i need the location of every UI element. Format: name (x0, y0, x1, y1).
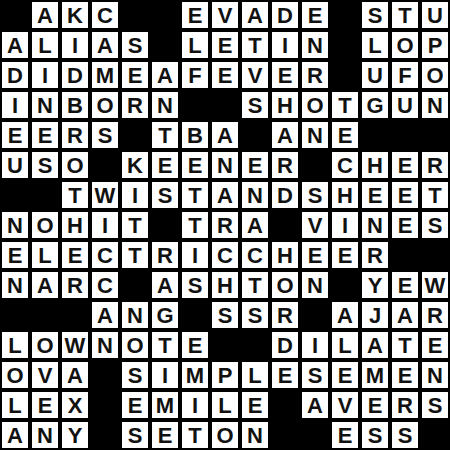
letter-cell[interactable]: G (150, 300, 180, 330)
letter-cell[interactable]: O (30, 330, 60, 360)
cell-letter: L (368, 35, 381, 57)
cell-letter: K (67, 5, 83, 27)
letter-cell[interactable]: S (120, 30, 150, 60)
cell-letter: S (98, 125, 113, 147)
cell-letter: N (127, 305, 143, 327)
letter-cell[interactable]: T (120, 240, 150, 270)
cell-letter: U (7, 155, 23, 177)
letter-cell[interactable]: H (210, 270, 240, 300)
letter-cell[interactable]: A (30, 0, 60, 30)
letter-cell[interactable]: S (120, 360, 150, 390)
cell-letter: S (218, 305, 233, 327)
letter-cell[interactable]: O (90, 90, 120, 120)
letter-cell[interactable]: E (180, 0, 210, 30)
letter-cell[interactable]: O (420, 60, 450, 90)
letter-cell[interactable]: T (180, 180, 210, 210)
letter-cell[interactable]: C (210, 240, 240, 270)
black-square (150, 30, 180, 60)
letter-cell[interactable]: S (360, 420, 390, 450)
letter-cell[interactable]: C (90, 270, 120, 300)
letter-cell[interactable]: J (360, 300, 390, 330)
letter-cell[interactable]: K (60, 0, 90, 30)
letter-cell[interactable]: I (30, 60, 60, 90)
cell-letter: A (247, 5, 263, 27)
cell-letter: D (67, 65, 83, 87)
letter-cell[interactable]: N (150, 90, 180, 120)
letter-cell[interactable]: O (30, 210, 60, 240)
letter-cell[interactable]: I (120, 180, 150, 210)
letter-cell[interactable]: R (270, 150, 300, 180)
cell-letter: V (38, 365, 53, 387)
letter-cell[interactable]: S (150, 180, 180, 210)
cell-letter: E (338, 425, 353, 447)
letter-cell[interactable]: T (390, 330, 420, 360)
letter-cell[interactable]: I (90, 210, 120, 240)
letter-cell[interactable]: S (360, 0, 390, 30)
letter-cell[interactable]: E (120, 60, 150, 90)
letter-cell[interactable]: V (300, 210, 330, 240)
cell-letter: E (158, 425, 173, 447)
letter-cell[interactable]: B (60, 90, 90, 120)
cell-letter: A (67, 365, 83, 387)
letter-cell[interactable]: V (210, 0, 240, 30)
cell-letter: O (36, 335, 53, 357)
letter-cell[interactable]: E (210, 30, 240, 60)
letter-cell[interactable]: N (120, 300, 150, 330)
cell-letter: A (307, 395, 323, 417)
letter-cell[interactable]: Y (360, 270, 390, 300)
letter-cell[interactable]: U (420, 0, 450, 30)
cell-letter: E (278, 65, 293, 87)
letter-cell[interactable]: E (60, 240, 90, 270)
black-square (330, 270, 360, 300)
letter-cell[interactable]: E (330, 120, 360, 150)
cell-letter: E (338, 365, 353, 387)
letter-cell[interactable]: P (420, 30, 450, 60)
letter-cell[interactable]: F (180, 60, 210, 90)
letter-cell[interactable]: L (0, 390, 30, 420)
letter-cell[interactable]: N (0, 210, 30, 240)
letter-cell[interactable]: D (270, 330, 300, 360)
letter-cell[interactable]: A (240, 0, 270, 30)
letter-cell[interactable]: A (90, 300, 120, 330)
letter-cell[interactable]: T (150, 330, 180, 360)
cell-letter: E (248, 395, 263, 417)
letter-cell[interactable]: N (420, 90, 450, 120)
letter-cell[interactable]: H (330, 180, 360, 210)
letter-cell[interactable]: C (90, 0, 120, 30)
cell-letter: O (96, 95, 113, 117)
cell-letter: L (218, 395, 231, 417)
letter-cell[interactable]: S (90, 120, 120, 150)
letter-cell[interactable]: S (300, 360, 330, 390)
black-square (90, 150, 120, 180)
cell-letter: S (248, 95, 263, 117)
letter-cell[interactable]: O (390, 30, 420, 60)
letter-cell[interactable]: E (150, 420, 180, 450)
cell-letter: R (427, 305, 443, 327)
cell-letter: I (192, 395, 198, 417)
cell-letter: A (217, 125, 233, 147)
letter-cell[interactable]: H (360, 150, 390, 180)
letter-cell[interactable]: L (360, 30, 390, 60)
cell-letter: E (218, 65, 233, 87)
cell-letter: S (128, 35, 143, 57)
letter-cell[interactable]: I (330, 210, 360, 240)
letter-cell[interactable]: E (300, 0, 330, 30)
letter-cell[interactable]: C (90, 240, 120, 270)
letter-cell[interactable]: P (210, 360, 240, 390)
cell-letter: C (337, 155, 353, 177)
letter-cell[interactable]: V (30, 360, 60, 390)
letter-cell[interactable]: E (0, 240, 30, 270)
letter-cell[interactable]: M (360, 360, 390, 390)
cell-letter: V (218, 5, 233, 27)
letter-cell[interactable]: S (240, 90, 270, 120)
letter-cell[interactable]: O (300, 90, 330, 120)
letter-cell[interactable]: L (330, 330, 360, 360)
cell-letter: N (367, 215, 383, 237)
letter-cell[interactable]: A (300, 390, 330, 420)
cell-letter: S (158, 185, 173, 207)
letter-cell[interactable]: L (0, 330, 30, 360)
cell-letter: H (67, 215, 83, 237)
letter-cell[interactable]: I (180, 390, 210, 420)
letter-cell[interactable]: S (210, 300, 240, 330)
letter-cell[interactable]: R (150, 240, 180, 270)
letter-cell[interactable]: E (180, 150, 210, 180)
letter-cell[interactable]: S (420, 210, 450, 240)
letter-cell[interactable]: A (150, 60, 180, 90)
letter-cell[interactable]: T (180, 210, 210, 240)
cell-letter: U (427, 5, 443, 27)
cell-letter: F (188, 65, 201, 87)
letter-cell[interactable]: M (150, 390, 180, 420)
cell-letter: S (128, 425, 143, 447)
letter-cell[interactable]: S (120, 420, 150, 450)
letter-cell[interactable]: N (300, 120, 330, 150)
cell-letter: B (67, 95, 83, 117)
letter-cell[interactable]: C (240, 240, 270, 270)
letter-cell[interactable]: R (420, 300, 450, 330)
black-square (210, 90, 240, 120)
cell-letter: G (366, 95, 383, 117)
cell-letter: S (398, 425, 413, 447)
cell-letter: E (188, 155, 203, 177)
letter-cell[interactable]: O (270, 270, 300, 300)
letter-cell[interactable]: W (90, 180, 120, 210)
letter-cell[interactable]: S (420, 390, 450, 420)
cell-letter: O (396, 35, 413, 57)
letter-cell[interactable]: E (270, 360, 300, 390)
letter-cell[interactable]: N (30, 420, 60, 450)
letter-cell[interactable]: E (30, 120, 60, 150)
cell-letter: R (157, 245, 173, 267)
letter-cell[interactable]: E (390, 360, 420, 390)
letter-cell[interactable]: E (270, 60, 300, 90)
letter-cell[interactable]: W (420, 270, 450, 300)
letter-cell[interactable]: A (150, 270, 180, 300)
letter-cell[interactable]: E (330, 360, 360, 390)
letter-cell[interactable]: E (390, 150, 420, 180)
cell-letter: M (96, 65, 114, 87)
cell-letter: R (127, 95, 143, 117)
cell-letter: I (162, 365, 168, 387)
black-square (0, 180, 30, 210)
letter-cell[interactable]: E (0, 120, 30, 150)
letter-cell[interactable]: S (300, 180, 330, 210)
cell-letter: N (307, 275, 323, 297)
cell-letter: O (426, 65, 443, 87)
cell-letter: J (369, 305, 381, 327)
letter-cell[interactable]: E (240, 390, 270, 420)
letter-cell[interactable]: E (30, 390, 60, 420)
letter-cell[interactable]: I (270, 30, 300, 60)
cell-letter: I (192, 245, 198, 267)
letter-cell[interactable]: L (30, 30, 60, 60)
letter-cell[interactable]: C (330, 150, 360, 180)
letter-cell[interactable]: T (390, 0, 420, 30)
cell-letter: Y (368, 275, 383, 297)
cell-letter: T (128, 245, 141, 267)
letter-cell[interactable]: T (240, 30, 270, 60)
cell-letter: E (8, 125, 23, 147)
letter-cell[interactable]: D (270, 180, 300, 210)
letter-cell[interactable]: O (120, 330, 150, 360)
letter-cell[interactable]: F (390, 60, 420, 90)
letter-cell[interactable]: I (300, 330, 330, 360)
letter-cell[interactable]: U (0, 150, 30, 180)
letter-cell[interactable]: T (240, 270, 270, 300)
letter-cell[interactable]: T (150, 120, 180, 150)
cell-letter: N (7, 215, 23, 237)
letter-cell[interactable]: A (360, 330, 390, 360)
letter-cell[interactable]: H (60, 210, 90, 240)
cell-letter: T (188, 215, 201, 237)
letter-cell[interactable]: E (390, 180, 420, 210)
cell-letter: C (97, 5, 113, 27)
cell-letter: N (427, 365, 443, 387)
letter-cell[interactable]: A (0, 30, 30, 60)
letter-cell[interactable]: O (0, 360, 30, 390)
cell-letter: R (427, 155, 443, 177)
letter-cell[interactable]: E (120, 390, 150, 420)
cell-letter: S (368, 5, 383, 27)
letter-cell[interactable]: S (30, 150, 60, 180)
cell-letter: A (337, 305, 353, 327)
letter-cell[interactable]: R (210, 210, 240, 240)
letter-cell[interactable]: N (300, 270, 330, 300)
letter-cell[interactable]: S (390, 420, 420, 450)
letter-cell[interactable]: E (330, 420, 360, 450)
cell-letter: N (307, 125, 323, 147)
letter-cell[interactable]: E (150, 150, 180, 180)
black-square (420, 240, 450, 270)
cell-letter: R (67, 275, 83, 297)
cell-letter: N (7, 275, 23, 297)
black-square (90, 360, 120, 390)
letter-cell[interactable]: I (0, 90, 30, 120)
black-square (0, 0, 30, 30)
black-square (120, 120, 150, 150)
cell-letter: C (217, 245, 233, 267)
crossword-grid: AKCEVADESTUALIASLETINLOPDIDMEAFEVERUFOIN… (0, 0, 450, 450)
letter-cell[interactable]: A (90, 30, 120, 60)
letter-cell[interactable]: R (360, 240, 390, 270)
letter-cell[interactable]: R (60, 270, 90, 300)
letter-cell[interactable]: E (240, 150, 270, 180)
letter-cell[interactable]: U (360, 60, 390, 90)
letter-cell[interactable]: R (300, 60, 330, 90)
letter-cell[interactable]: N (240, 180, 270, 210)
letter-cell[interactable]: E (360, 180, 390, 210)
letter-cell[interactable]: A (390, 300, 420, 330)
letter-cell[interactable]: G (360, 90, 390, 120)
letter-cell[interactable]: N (300, 30, 330, 60)
cell-letter: T (248, 275, 261, 297)
letter-cell[interactable]: R (420, 150, 450, 180)
cell-letter: B (187, 125, 203, 147)
letter-cell[interactable]: N (30, 90, 60, 120)
letter-cell[interactable]: H (270, 90, 300, 120)
cell-letter: N (37, 95, 53, 117)
cell-letter: E (338, 245, 353, 267)
letter-cell[interactable]: K (120, 150, 150, 180)
letter-cell[interactable]: N (420, 360, 450, 390)
black-square (390, 120, 420, 150)
cell-letter: I (132, 185, 138, 207)
black-square (300, 300, 330, 330)
letter-cell[interactable]: N (210, 150, 240, 180)
letter-cell[interactable]: A (30, 270, 60, 300)
letter-cell[interactable]: E (330, 240, 360, 270)
letter-cell[interactable]: H (270, 240, 300, 270)
letter-cell[interactable]: E (210, 60, 240, 90)
cell-letter: D (277, 185, 293, 207)
letter-cell[interactable]: L (240, 360, 270, 390)
letter-cell[interactable]: T (420, 180, 450, 210)
letter-cell[interactable]: E (390, 210, 420, 240)
letter-cell[interactable]: A (240, 210, 270, 240)
cell-letter: R (397, 395, 413, 417)
cell-letter: S (38, 155, 53, 177)
cell-letter: E (188, 335, 203, 357)
letter-cell[interactable]: B (180, 120, 210, 150)
black-square (420, 120, 450, 150)
cell-letter: D (7, 65, 23, 87)
letter-cell[interactable]: R (390, 390, 420, 420)
letter-cell[interactable]: R (60, 120, 90, 150)
letter-cell[interactable]: X (60, 390, 90, 420)
letter-cell[interactable]: E (180, 330, 210, 360)
letter-cell[interactable]: V (330, 390, 360, 420)
letter-cell[interactable]: U (390, 90, 420, 120)
cell-letter: M (186, 365, 204, 387)
cell-letter: N (157, 95, 173, 117)
cell-letter: S (428, 395, 443, 417)
letter-cell[interactable]: T (330, 90, 360, 120)
black-square (390, 240, 420, 270)
letter-cell[interactable]: O (60, 150, 90, 180)
letter-cell[interactable]: D (60, 60, 90, 90)
cell-letter: A (217, 185, 233, 207)
letter-cell[interactable]: T (120, 210, 150, 240)
black-square (0, 300, 30, 330)
letter-cell[interactable]: L (210, 390, 240, 420)
letter-cell[interactable]: A (210, 120, 240, 150)
letter-cell[interactable]: O (210, 420, 240, 450)
cell-letter: S (428, 215, 443, 237)
cell-letter: W (95, 185, 116, 207)
cell-letter: I (312, 335, 318, 357)
letter-cell[interactable]: D (0, 60, 30, 90)
letter-cell[interactable]: E (420, 330, 450, 360)
letter-cell[interactable]: S (180, 270, 210, 300)
cell-letter: S (128, 365, 143, 387)
cell-letter: A (7, 35, 23, 57)
letter-cell[interactable]: L (30, 240, 60, 270)
cell-letter: T (398, 5, 411, 27)
letter-cell[interactable]: W (60, 330, 90, 360)
letter-cell[interactable]: R (120, 90, 150, 120)
letter-cell[interactable]: T (180, 420, 210, 450)
cell-letter: T (248, 35, 261, 57)
letter-cell[interactable]: N (0, 270, 30, 300)
letter-cell[interactable]: E (390, 270, 420, 300)
cell-letter: N (97, 335, 113, 357)
cell-letter: F (398, 65, 411, 87)
cell-letter: L (38, 245, 51, 267)
letter-cell[interactable]: A (270, 120, 300, 150)
black-square (30, 300, 60, 330)
letter-cell[interactable]: E (300, 240, 330, 270)
cell-letter: U (397, 95, 413, 117)
letter-cell[interactable]: N (360, 210, 390, 240)
cell-letter: X (68, 395, 83, 417)
letter-cell[interactable]: N (240, 420, 270, 450)
cell-letter: E (338, 125, 353, 147)
cell-letter: E (398, 215, 413, 237)
cell-letter: A (367, 335, 383, 357)
letter-cell[interactable]: E (360, 390, 390, 420)
cell-letter: A (277, 125, 293, 147)
letter-cell[interactable]: I (150, 360, 180, 390)
letter-cell[interactable]: Y (60, 420, 90, 450)
cell-letter: R (217, 215, 233, 237)
letter-cell[interactable]: M (180, 360, 210, 390)
black-square (30, 180, 60, 210)
letter-cell[interactable]: A (60, 360, 90, 390)
letter-cell[interactable]: T (60, 180, 90, 210)
letter-cell[interactable]: A (330, 300, 360, 330)
letter-cell[interactable]: R (270, 300, 300, 330)
cell-letter: T (158, 335, 171, 357)
letter-cell[interactable]: I (60, 30, 90, 60)
letter-cell[interactable]: A (210, 180, 240, 210)
letter-cell[interactable]: A (0, 420, 30, 450)
black-square (180, 90, 210, 120)
cell-letter: T (188, 425, 201, 447)
letter-cell[interactable]: L (180, 30, 210, 60)
letter-cell[interactable]: D (270, 0, 300, 30)
letter-cell[interactable]: I (180, 240, 210, 270)
letter-cell[interactable]: N (90, 330, 120, 360)
letter-cell[interactable]: V (240, 60, 270, 90)
cell-letter: H (337, 185, 353, 207)
letter-cell[interactable]: S (240, 300, 270, 330)
letter-cell[interactable]: M (90, 60, 120, 90)
cell-letter: N (247, 425, 263, 447)
